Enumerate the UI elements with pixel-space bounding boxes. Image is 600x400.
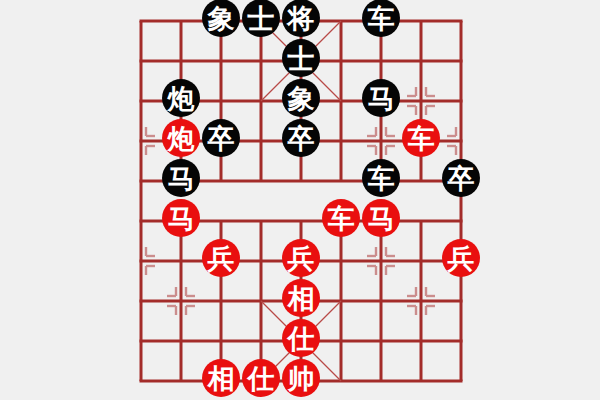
board-point[interactable] bbox=[161, 321, 201, 361]
board-point[interactable] bbox=[241, 81, 281, 121]
board-point[interactable]: 象 bbox=[281, 81, 321, 121]
piece-red-elephant[interactable]: 相 bbox=[282, 279, 320, 317]
board-point[interactable] bbox=[241, 241, 281, 281]
board-point[interactable] bbox=[401, 281, 441, 321]
board-point[interactable] bbox=[201, 41, 241, 81]
board-point[interactable]: 车 bbox=[361, 161, 401, 201]
board-point[interactable]: 仕 bbox=[241, 361, 281, 400]
board-point[interactable]: 卒 bbox=[441, 161, 481, 201]
board-point[interactable] bbox=[321, 81, 361, 121]
board-point[interactable]: 炮 bbox=[161, 121, 201, 161]
board-point[interactable] bbox=[361, 321, 401, 361]
piece-red-chariot[interactable]: 车 bbox=[322, 199, 360, 237]
board-point[interactable] bbox=[441, 41, 481, 81]
piece-black-chariot[interactable]: 车 bbox=[362, 159, 400, 197]
board-point[interactable]: 象 bbox=[201, 1, 241, 41]
board-point[interactable] bbox=[201, 321, 241, 361]
piece-red-advisor[interactable]: 仕 bbox=[242, 359, 280, 397]
board-point[interactable]: 兵 bbox=[201, 241, 241, 281]
board-point[interactable] bbox=[441, 201, 481, 241]
piece-black-soldier[interactable]: 卒 bbox=[202, 119, 240, 157]
board-point[interactable] bbox=[441, 121, 481, 161]
board-point[interactable] bbox=[121, 201, 161, 241]
piece-black-soldier[interactable]: 卒 bbox=[442, 159, 480, 197]
piece-black-general[interactable]: 将 bbox=[282, 0, 320, 37]
board-point[interactable] bbox=[441, 321, 481, 361]
board-point[interactable]: 相 bbox=[201, 361, 241, 400]
board-point[interactable]: 车 bbox=[361, 1, 401, 41]
board-point[interactable] bbox=[121, 281, 161, 321]
piece-black-horse[interactable]: 马 bbox=[162, 159, 200, 197]
board-point[interactable]: 相 bbox=[281, 281, 321, 321]
board-point[interactable] bbox=[361, 121, 401, 161]
board-point[interactable] bbox=[361, 241, 401, 281]
piece-red-soldier[interactable]: 兵 bbox=[202, 239, 240, 277]
board-point[interactable] bbox=[241, 41, 281, 81]
board-point[interactable]: 士 bbox=[281, 41, 321, 81]
board-point[interactable] bbox=[321, 41, 361, 81]
piece-red-elephant[interactable]: 相 bbox=[202, 359, 240, 397]
board-point[interactable]: 马 bbox=[361, 81, 401, 121]
board-point[interactable] bbox=[441, 361, 481, 400]
board-point[interactable] bbox=[441, 281, 481, 321]
board-point[interactable] bbox=[241, 161, 281, 201]
board-point[interactable] bbox=[281, 161, 321, 201]
board-point[interactable] bbox=[321, 241, 361, 281]
board-point[interactable] bbox=[281, 201, 321, 241]
piece-red-horse[interactable]: 马 bbox=[162, 199, 200, 237]
board-point[interactable] bbox=[441, 1, 481, 41]
piece-black-elephant[interactable]: 象 bbox=[202, 0, 240, 37]
board-point[interactable]: 车 bbox=[401, 121, 441, 161]
board-point[interactable] bbox=[161, 1, 201, 41]
piece-black-chariot[interactable]: 车 bbox=[362, 0, 400, 37]
piece-black-cannon[interactable]: 炮 bbox=[162, 79, 200, 117]
board-point[interactable]: 车 bbox=[321, 201, 361, 241]
board-point[interactable] bbox=[401, 81, 441, 121]
board-point[interactable] bbox=[361, 281, 401, 321]
board-point[interactable]: 士 bbox=[241, 1, 281, 41]
piece-black-elephant[interactable]: 象 bbox=[282, 79, 320, 117]
board-point[interactable] bbox=[121, 121, 161, 161]
board-point[interactable] bbox=[161, 241, 201, 281]
board-point[interactable] bbox=[201, 161, 241, 201]
board-point[interactable] bbox=[161, 41, 201, 81]
board-point[interactable]: 马 bbox=[361, 201, 401, 241]
piece-red-advisor[interactable]: 仕 bbox=[282, 319, 320, 357]
board-point[interactable] bbox=[401, 321, 441, 361]
board-point[interactable] bbox=[201, 81, 241, 121]
board-point[interactable] bbox=[121, 161, 161, 201]
board-point[interactable] bbox=[321, 281, 361, 321]
board-point[interactable] bbox=[121, 361, 161, 400]
board-point[interactable]: 兵 bbox=[441, 241, 481, 281]
board-point[interactable]: 仕 bbox=[281, 321, 321, 361]
board-point[interactable] bbox=[241, 201, 281, 241]
board-point[interactable] bbox=[121, 241, 161, 281]
board-point[interactable]: 兵 bbox=[281, 241, 321, 281]
board-point[interactable] bbox=[161, 281, 201, 321]
board-point[interactable]: 马 bbox=[161, 201, 201, 241]
piece-black-advisor[interactable]: 士 bbox=[282, 39, 320, 77]
board-point[interactable] bbox=[441, 81, 481, 121]
piece-red-horse[interactable]: 马 bbox=[362, 199, 400, 237]
piece-black-soldier[interactable]: 卒 bbox=[282, 119, 320, 157]
piece-red-soldier[interactable]: 兵 bbox=[442, 239, 480, 277]
board-point[interactable] bbox=[321, 161, 361, 201]
board-point[interactable] bbox=[241, 321, 281, 361]
xiangqi-board: 象士将车士炮象马炮卒卒车马车卒马车马兵兵兵相仕相仕帅 bbox=[0, 0, 600, 400]
board-point[interactable] bbox=[401, 41, 441, 81]
board-point[interactable] bbox=[401, 161, 441, 201]
board-point[interactable] bbox=[361, 41, 401, 81]
board-point[interactable] bbox=[121, 81, 161, 121]
board-point[interactable]: 将 bbox=[281, 1, 321, 41]
board-point[interactable] bbox=[401, 201, 441, 241]
piece-red-soldier[interactable]: 兵 bbox=[282, 239, 320, 277]
pieces-layer: 象士将车士炮象马炮卒卒车马车卒马车马兵兵兵相仕相仕帅 bbox=[121, 1, 481, 400]
board-point[interactable] bbox=[161, 361, 201, 400]
board-point[interactable] bbox=[121, 41, 161, 81]
board-point[interactable] bbox=[241, 121, 281, 161]
piece-red-general[interactable]: 帅 bbox=[282, 359, 320, 397]
piece-black-horse[interactable]: 马 bbox=[362, 79, 400, 117]
board-point[interactable] bbox=[361, 361, 401, 400]
board-point[interactable]: 炮 bbox=[161, 81, 201, 121]
board-point[interactable]: 卒 bbox=[281, 121, 321, 161]
piece-black-advisor[interactable]: 士 bbox=[242, 0, 280, 37]
board-point[interactable] bbox=[201, 201, 241, 241]
board-point[interactable]: 卒 bbox=[201, 121, 241, 161]
board-point[interactable] bbox=[321, 361, 361, 400]
board-point[interactable] bbox=[121, 321, 161, 361]
board-point[interactable] bbox=[121, 1, 161, 41]
board-point[interactable] bbox=[241, 281, 281, 321]
board-point[interactable] bbox=[401, 241, 441, 281]
board-point[interactable] bbox=[321, 121, 361, 161]
piece-red-cannon[interactable]: 炮 bbox=[162, 119, 200, 157]
piece-red-chariot[interactable]: 车 bbox=[402, 119, 440, 157]
board-point[interactable] bbox=[401, 1, 441, 41]
board-point[interactable] bbox=[321, 321, 361, 361]
board-point[interactable] bbox=[201, 281, 241, 321]
board-point[interactable]: 帅 bbox=[281, 361, 321, 400]
board-point[interactable] bbox=[321, 1, 361, 41]
board-point[interactable]: 马 bbox=[161, 161, 201, 201]
board-point[interactable] bbox=[401, 361, 441, 400]
